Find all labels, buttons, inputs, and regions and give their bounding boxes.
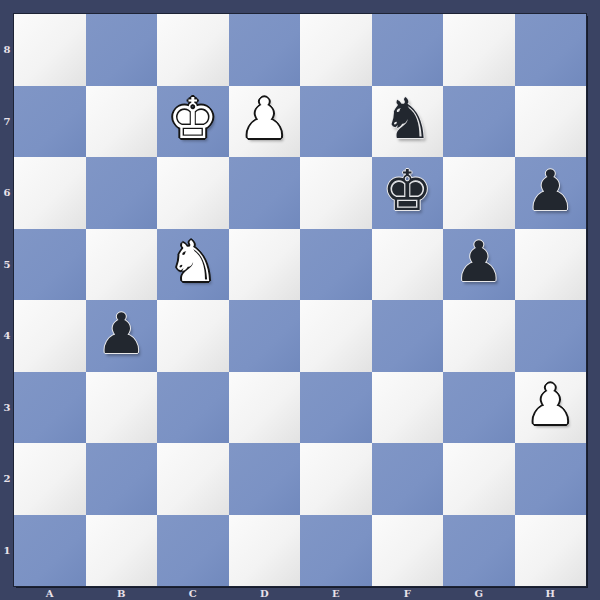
square-e5[interactable] <box>300 229 372 301</box>
square-e1[interactable] <box>300 515 372 587</box>
square-d5[interactable] <box>229 229 301 301</box>
rank-label-5: 5 <box>0 229 14 301</box>
rank-label-3: 3 <box>0 372 14 444</box>
chess-board: ♚♟♞♚♟♞♟♟♟ <box>14 14 586 586</box>
square-h1[interactable] <box>515 515 587 587</box>
rank-label-4: 4 <box>0 300 14 372</box>
piece-black-pawn[interactable]: ♟ <box>525 163 575 219</box>
rank-label-6: 6 <box>0 157 14 229</box>
piece-black-king[interactable]: ♚ <box>382 163 432 219</box>
file-label-d: D <box>229 586 301 600</box>
square-g1[interactable] <box>443 515 515 587</box>
square-c3[interactable] <box>157 372 229 444</box>
square-d7[interactable]: ♟ <box>229 86 301 158</box>
square-d4[interactable] <box>229 300 301 372</box>
square-a4[interactable] <box>14 300 86 372</box>
square-g5[interactable]: ♟ <box>443 229 515 301</box>
piece-black-pawn[interactable]: ♟ <box>454 234 504 290</box>
square-a6[interactable] <box>14 157 86 229</box>
square-e8[interactable] <box>300 14 372 86</box>
square-b2[interactable] <box>86 443 158 515</box>
square-f1[interactable] <box>372 515 444 587</box>
piece-black-pawn[interactable]: ♟ <box>96 306 146 362</box>
file-label-f: F <box>372 586 444 600</box>
square-b7[interactable] <box>86 86 158 158</box>
file-label-c: C <box>157 586 229 600</box>
square-b6[interactable] <box>86 157 158 229</box>
rank-label-8: 8 <box>0 14 14 86</box>
square-b3[interactable] <box>86 372 158 444</box>
rank-label-2: 2 <box>0 443 14 515</box>
square-c6[interactable] <box>157 157 229 229</box>
square-b4[interactable]: ♟ <box>86 300 158 372</box>
square-h4[interactable] <box>515 300 587 372</box>
square-g2[interactable] <box>443 443 515 515</box>
square-g6[interactable] <box>443 157 515 229</box>
file-label-g: G <box>443 586 515 600</box>
square-f6[interactable]: ♚ <box>372 157 444 229</box>
square-g3[interactable] <box>443 372 515 444</box>
chess-board-frame: 87654321 ♚♟♞♚♟♞♟♟♟ ABCDEFGH <box>0 0 600 600</box>
square-e3[interactable] <box>300 372 372 444</box>
square-e6[interactable] <box>300 157 372 229</box>
square-a1[interactable] <box>14 515 86 587</box>
square-d1[interactable] <box>229 515 301 587</box>
square-f2[interactable] <box>372 443 444 515</box>
file-label-e: E <box>300 586 372 600</box>
square-e7[interactable] <box>300 86 372 158</box>
square-c2[interactable] <box>157 443 229 515</box>
rank-labels: 87654321 <box>0 14 14 586</box>
square-g8[interactable] <box>443 14 515 86</box>
square-h7[interactable] <box>515 86 587 158</box>
square-h3[interactable]: ♟ <box>515 372 587 444</box>
square-a2[interactable] <box>14 443 86 515</box>
square-d2[interactable] <box>229 443 301 515</box>
square-f5[interactable] <box>372 229 444 301</box>
square-a5[interactable] <box>14 229 86 301</box>
square-h2[interactable] <box>515 443 587 515</box>
rank-label-7: 7 <box>0 86 14 158</box>
square-c4[interactable] <box>157 300 229 372</box>
square-b1[interactable] <box>86 515 158 587</box>
piece-black-knight[interactable]: ♞ <box>382 91 432 147</box>
piece-white-pawn[interactable]: ♟ <box>239 91 289 147</box>
square-c5[interactable]: ♞ <box>157 229 229 301</box>
square-g4[interactable] <box>443 300 515 372</box>
file-label-b: B <box>86 586 158 600</box>
file-label-h: H <box>515 586 587 600</box>
square-e4[interactable] <box>300 300 372 372</box>
square-f8[interactable] <box>372 14 444 86</box>
square-c7[interactable]: ♚ <box>157 86 229 158</box>
square-e2[interactable] <box>300 443 372 515</box>
piece-white-pawn[interactable]: ♟ <box>525 377 575 433</box>
square-d6[interactable] <box>229 157 301 229</box>
file-labels: ABCDEFGH <box>14 586 586 600</box>
square-b5[interactable] <box>86 229 158 301</box>
square-a3[interactable] <box>14 372 86 444</box>
square-f3[interactable] <box>372 372 444 444</box>
file-label-a: A <box>14 586 86 600</box>
square-f4[interactable] <box>372 300 444 372</box>
square-h5[interactable] <box>515 229 587 301</box>
square-c8[interactable] <box>157 14 229 86</box>
square-h6[interactable]: ♟ <box>515 157 587 229</box>
square-g7[interactable] <box>443 86 515 158</box>
piece-white-king[interactable]: ♚ <box>168 91 218 147</box>
square-a7[interactable] <box>14 86 86 158</box>
square-f7[interactable]: ♞ <box>372 86 444 158</box>
square-d3[interactable] <box>229 372 301 444</box>
piece-white-knight[interactable]: ♞ <box>168 234 218 290</box>
square-h8[interactable] <box>515 14 587 86</box>
square-b8[interactable] <box>86 14 158 86</box>
square-d8[interactable] <box>229 14 301 86</box>
rank-label-1: 1 <box>0 515 14 587</box>
square-a8[interactable] <box>14 14 86 86</box>
square-c1[interactable] <box>157 515 229 587</box>
